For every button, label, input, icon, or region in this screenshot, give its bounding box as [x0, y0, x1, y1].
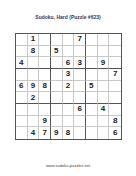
sudoku-cell[interactable]: 7	[39, 127, 51, 139]
sudoku-cell[interactable]	[86, 116, 98, 128]
sudoku-cell[interactable]	[28, 57, 40, 69]
sudoku-grid: 1785463937698252649847986	[15, 33, 122, 140]
sudoku-cell[interactable]	[86, 92, 98, 104]
sudoku-cell[interactable]: 9	[39, 116, 51, 128]
sudoku-cell[interactable]: 8	[39, 81, 51, 93]
sudoku-cell[interactable]: 8	[109, 116, 121, 128]
sudoku-cell[interactable]	[86, 127, 98, 139]
sudoku-cell[interactable]	[74, 92, 86, 104]
sudoku-cell[interactable]: 6	[63, 57, 75, 69]
sudoku-cell[interactable]: 6	[16, 81, 28, 93]
sudoku-cell[interactable]	[98, 46, 110, 58]
sudoku-cell[interactable]: 5	[51, 46, 63, 58]
sudoku-cell[interactable]	[51, 57, 63, 69]
sudoku-cell[interactable]: 9	[51, 127, 63, 139]
sudoku-sheet: { "game": "sudoku", "title": "Sudoku, Ha…	[0, 0, 136, 176]
sudoku-cell[interactable]	[28, 116, 40, 128]
sudoku-cell[interactable]	[63, 116, 75, 128]
sudoku-cell[interactable]: 6	[74, 104, 86, 116]
sudoku-cell[interactable]	[51, 116, 63, 128]
sudoku-cell[interactable]: 8	[63, 127, 75, 139]
sudoku-cell[interactable]	[51, 34, 63, 46]
sudoku-cell[interactable]	[51, 92, 63, 104]
sudoku-cell[interactable]: 5	[86, 81, 98, 93]
sudoku-cell[interactable]	[98, 69, 110, 81]
sudoku-cell[interactable]: 9	[28, 81, 40, 93]
sudoku-cell[interactable]	[98, 34, 110, 46]
sudoku-cell[interactable]	[98, 81, 110, 93]
sudoku-cell[interactable]	[74, 127, 86, 139]
sudoku-cell[interactable]	[86, 34, 98, 46]
sudoku-cell[interactable]	[39, 104, 51, 116]
sudoku-cell[interactable]: 4	[98, 104, 110, 116]
sudoku-cell[interactable]: 2	[63, 81, 75, 93]
sudoku-cell[interactable]	[109, 46, 121, 58]
sudoku-cell[interactable]	[109, 57, 121, 69]
sudoku-cell[interactable]	[16, 69, 28, 81]
sudoku-cell[interactable]: 4	[28, 127, 40, 139]
sudoku-cell[interactable]: 1	[28, 34, 40, 46]
sudoku-cell[interactable]	[51, 69, 63, 81]
sudoku-cell[interactable]	[39, 46, 51, 58]
sudoku-cell[interactable]	[16, 92, 28, 104]
sudoku-cell[interactable]	[86, 46, 98, 58]
sudoku-cell[interactable]: 3	[63, 69, 75, 81]
sudoku-cell[interactable]	[16, 104, 28, 116]
sudoku-cell[interactable]	[16, 34, 28, 46]
sudoku-cell[interactable]	[98, 92, 110, 104]
page-title: Sudoku, Hard (Puzzle #623)	[0, 14, 136, 20]
sudoku-cell[interactable]	[63, 34, 75, 46]
sudoku-cell[interactable]	[51, 104, 63, 116]
sudoku-cell[interactable]	[39, 69, 51, 81]
sudoku-cell[interactable]: 9	[98, 57, 110, 69]
sudoku-cell[interactable]	[86, 69, 98, 81]
sudoku-cell[interactable]	[109, 92, 121, 104]
sudoku-cell[interactable]	[28, 69, 40, 81]
sudoku-cell[interactable]: 7	[109, 69, 121, 81]
sudoku-cell[interactable]	[98, 116, 110, 128]
sudoku-cell[interactable]: 8	[28, 46, 40, 58]
sudoku-cell[interactable]	[39, 57, 51, 69]
sudoku-cell[interactable]	[16, 116, 28, 128]
sudoku-cell[interactable]	[86, 57, 98, 69]
sudoku-cell[interactable]	[74, 46, 86, 58]
sudoku-cell[interactable]	[63, 46, 75, 58]
sudoku-cell[interactable]	[39, 34, 51, 46]
sudoku-cell[interactable]: 4	[16, 57, 28, 69]
sudoku-cell[interactable]	[109, 81, 121, 93]
sudoku-cell[interactable]	[63, 104, 75, 116]
sudoku-cell[interactable]: 2	[28, 92, 40, 104]
sudoku-cell[interactable]	[63, 92, 75, 104]
sudoku-cell[interactable]: 6	[109, 127, 121, 139]
sudoku-cell[interactable]	[74, 69, 86, 81]
sudoku-cell[interactable]	[98, 127, 110, 139]
sudoku-cell[interactable]	[39, 92, 51, 104]
sudoku-cell[interactable]: 3	[74, 57, 86, 69]
sudoku-cell[interactable]	[74, 81, 86, 93]
footer-url: www.sudoku-puzzles.net	[0, 163, 136, 168]
sudoku-cell[interactable]	[109, 104, 121, 116]
sudoku-cell[interactable]: 7	[74, 34, 86, 46]
sudoku-cell[interactable]	[109, 34, 121, 46]
sudoku-cell[interactable]	[86, 104, 98, 116]
sudoku-cell[interactable]	[74, 116, 86, 128]
sudoku-cell[interactable]	[51, 81, 63, 93]
sudoku-cell[interactable]	[16, 46, 28, 58]
sudoku-cell[interactable]	[28, 104, 40, 116]
sudoku-cell[interactable]	[16, 127, 28, 139]
